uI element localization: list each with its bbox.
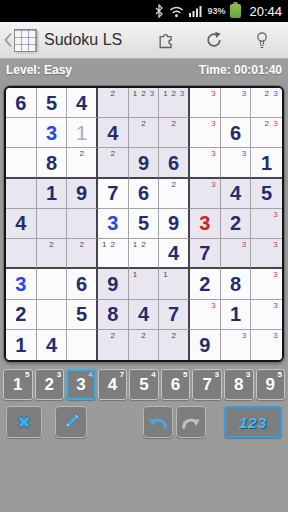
cell-r6c9[interactable]: 3 (251, 239, 282, 269)
cell-r2c8[interactable]: 6 (221, 118, 252, 148)
pencil-button[interactable] (55, 406, 87, 438)
pencil-mark-3: 3 (240, 240, 249, 249)
pencil-marks: 2 (161, 331, 186, 359)
pencil-marks: 3 (223, 240, 249, 266)
num-placed-count: 7 (120, 371, 124, 379)
num-button-1[interactable]: 15 (3, 369, 33, 400)
pencil-marks: 123 (161, 89, 186, 116)
num-digit: 7 (202, 376, 211, 393)
num-digit: 1 (13, 376, 22, 393)
cell-r8c9[interactable]: 3 (251, 300, 282, 330)
cell-r5c8[interactable]: 2 (221, 209, 252, 239)
cell-r8c8[interactable]: 1 (221, 300, 252, 330)
num-placed-count: 3 (246, 371, 250, 379)
numbers-123-label: 123 (239, 414, 267, 431)
num-digit: 2 (45, 376, 54, 393)
pencil-mark-2: 2 (262, 119, 271, 128)
sudoku-board: 6542123123332331422362382296331197623454… (4, 86, 284, 362)
cell-r2c4[interactable]: 4 (98, 118, 129, 148)
cell-r2c9[interactable]: 23 (251, 118, 282, 148)
pencil-mark-3: 3 (240, 89, 249, 98)
cell-r6c2[interactable]: 2 (37, 239, 68, 269)
num-digit: 6 (171, 376, 180, 393)
cell-r2c3[interactable]: 1 (67, 118, 98, 148)
cell-value: 1 (261, 153, 272, 173)
cell-r1c7[interactable]: 3 (190, 88, 221, 118)
cell-r8c2[interactable] (37, 300, 68, 330)
cell-r1c2[interactable]: 5 (37, 88, 68, 118)
cell-value: 4 (230, 183, 241, 203)
pencil-marks: 2 (100, 89, 126, 116)
cell-r1c5[interactable]: 123 (129, 88, 160, 118)
cell-r8c6[interactable]: 7 (159, 300, 190, 330)
cell-r7c9[interactable]: 3 (251, 269, 282, 299)
battery-icon (230, 4, 241, 18)
num-button-9[interactable]: 95 (256, 369, 286, 400)
screen: 93% 20:44 Sudoku LS Level: Easy Time: 00… (0, 0, 288, 512)
hint-bulb-icon (253, 29, 271, 51)
cell-value: 6 (230, 123, 241, 143)
num-placed-count: 4 (88, 371, 92, 379)
cell-r4c6[interactable]: 2 (159, 179, 190, 209)
cell-value: 6 (168, 153, 179, 173)
pencil-mark-3: 3 (271, 210, 280, 219)
pencil-mark-3: 3 (271, 89, 280, 98)
level-label: Level: Easy (6, 63, 72, 77)
cell-value: 5 (46, 93, 57, 113)
pencil-mark-3: 3 (209, 149, 218, 158)
pencil-marks: 12 (131, 240, 157, 266)
redo-arrow-icon (180, 413, 202, 431)
cell-r9c7[interactable]: 9 (190, 330, 221, 360)
pencil-mark-2: 2 (78, 240, 86, 249)
pencil-mark-3: 3 (271, 119, 280, 128)
pencil-mark-1: 1 (161, 270, 169, 279)
cell-r5c6[interactable]: 9 (159, 209, 190, 239)
pencil-marks: 3 (192, 180, 218, 207)
num-button-3[interactable]: 34 (66, 369, 96, 400)
cell-value: 8 (46, 153, 57, 173)
cell-r4c4[interactable]: 7 (98, 179, 129, 209)
pencil-marks: 23 (253, 119, 280, 146)
cell-r7c3[interactable]: 6 (67, 269, 98, 299)
signal-icon (189, 5, 202, 17)
cell-r1c3[interactable]: 4 (67, 88, 98, 118)
num-placed-count: 5 (25, 371, 29, 379)
num-placed-count: 3 (214, 371, 218, 379)
pencil-mark-3: 3 (209, 119, 218, 128)
cell-r7c6[interactable]: 1 (159, 269, 190, 299)
cell-r2c6[interactable]: 2 (159, 118, 190, 148)
cell-value: 3 (15, 274, 26, 294)
cell-r6c7[interactable]: 7 (190, 239, 221, 269)
cell-r6c5[interactable]: 12 (129, 239, 160, 269)
cell-r4c7[interactable]: 3 (190, 179, 221, 209)
pencil-marks: 3 (192, 89, 218, 116)
num-digit: 3 (76, 376, 85, 393)
cell-value: 4 (15, 213, 26, 233)
cell-r9c5[interactable]: 2 (129, 330, 160, 360)
cell-r7c8[interactable]: 8 (221, 269, 252, 299)
cell-value: 1 (46, 183, 57, 203)
num-digit: 9 (266, 376, 275, 393)
cell-value: 8 (230, 274, 241, 294)
cell-value: 6 (138, 183, 149, 203)
undo-button[interactable] (143, 406, 173, 438)
pencil-mark-2: 2 (109, 89, 118, 98)
toolbar: 123 (6, 406, 282, 438)
pencil-marks: 2 (161, 180, 186, 207)
cell-value: 9 (168, 213, 179, 233)
cell-r7c7[interactable]: 2 (190, 269, 221, 299)
pencil-mark-2: 2 (47, 240, 56, 249)
cell-r6c3[interactable]: 2 (67, 239, 98, 269)
pencil-marks: 3 (253, 240, 280, 266)
pencil-marks: 3 (223, 89, 249, 116)
pencil-mark-3: 3 (178, 89, 186, 98)
pencil-mark-2: 2 (78, 149, 86, 158)
cell-value: 3 (46, 123, 57, 143)
cell-value: 8 (107, 304, 118, 324)
cell-r1c6[interactable]: 123 (159, 88, 190, 118)
cell-r3c9[interactable]: 1 (251, 148, 282, 178)
pencil-marks: 1 (131, 270, 157, 297)
page-title: Sudoku LS (44, 31, 122, 49)
cell-r3c8[interactable]: 3 (221, 148, 252, 178)
pencil-marks: 3 (253, 301, 280, 328)
cell-r9c1[interactable]: 1 (6, 330, 37, 360)
pencil-mark-1: 1 (161, 89, 169, 98)
cell-r9c8[interactable]: 3 (221, 330, 252, 360)
cell-r5c2[interactable] (37, 209, 68, 239)
pencil-mark-3: 3 (209, 89, 218, 98)
cell-r3c2[interactable]: 8 (37, 148, 68, 178)
battery-percent: 93% (207, 6, 225, 16)
num-button-7[interactable]: 73 (192, 369, 222, 400)
pencil-mark-2: 2 (170, 89, 178, 98)
pencil-marks: 3 (253, 210, 280, 237)
cell-r9c9[interactable]: 3 (251, 330, 282, 360)
cell-value: 7 (199, 243, 210, 263)
cell-value: 4 (76, 93, 87, 113)
cell-value: 1 (15, 335, 26, 355)
cell-value: 2 (15, 304, 26, 324)
pencil-mark-2: 2 (139, 331, 148, 340)
cell-r2c7[interactable]: 3 (190, 118, 221, 148)
pencil-mark-1: 1 (131, 270, 140, 279)
pencil-mark-3: 3 (209, 180, 218, 189)
pencil-marks: 2 (69, 149, 94, 175)
pencil-marks: 3 (253, 331, 280, 359)
cell-r2c2[interactable]: 3 (37, 118, 68, 148)
num-button-8[interactable]: 83 (224, 369, 254, 400)
pencil-mark-3: 3 (271, 301, 280, 310)
pencil-marks: 2 (39, 240, 65, 266)
pencil-mark-1: 1 (131, 240, 140, 249)
cell-r4c8[interactable]: 4 (221, 179, 252, 209)
cell-value: 6 (15, 93, 26, 113)
cell-r1c4[interactable]: 2 (98, 88, 129, 118)
pencil-marks: 1 (161, 270, 186, 297)
status-bar: 93% 20:44 (0, 0, 288, 22)
pencil-marks: 2 (100, 331, 126, 359)
num-button-4[interactable]: 47 (98, 369, 128, 400)
cell-r9c2[interactable]: 4 (37, 330, 68, 360)
cell-r8c1[interactable]: 2 (6, 300, 37, 330)
cell-r6c6[interactable]: 4 (159, 239, 190, 269)
pencil-mark-2: 2 (262, 89, 271, 98)
hint-button[interactable] (250, 27, 274, 53)
cell-r7c1[interactable]: 3 (6, 269, 37, 299)
cell-r7c5[interactable]: 1 (129, 269, 160, 299)
cell-value: 5 (76, 304, 87, 324)
pencil-mark-3: 3 (240, 331, 249, 340)
cell-value: 4 (168, 243, 179, 263)
cell-value: 4 (46, 335, 57, 355)
cell-r3c6[interactable]: 6 (159, 148, 190, 178)
status-clock: 20:44 (249, 4, 282, 19)
pencil-mark-2: 2 (139, 89, 148, 98)
pencil-mark-2: 2 (109, 240, 118, 249)
cell-r4c2[interactable]: 1 (37, 179, 68, 209)
x-icon (14, 412, 34, 432)
undo-arrow-icon (147, 413, 169, 431)
redo-button[interactable] (176, 406, 206, 438)
pencil-marks: 3 (192, 301, 218, 328)
cell-r9c4[interactable]: 2 (98, 330, 129, 360)
back-chevron-icon[interactable] (4, 32, 12, 48)
pencil-marks: 123 (131, 89, 157, 116)
pencil-marks: 23 (253, 89, 280, 116)
pencil-mark-2: 2 (170, 180, 178, 189)
cell-r3c7[interactable]: 3 (190, 148, 221, 178)
pencil-marks: 3 (223, 331, 249, 359)
pencil-marks: 2 (69, 240, 94, 266)
pencil-mark-2: 2 (139, 119, 148, 128)
numbers-mode-button[interactable]: 123 (224, 406, 282, 438)
pencil-marks: 2 (161, 119, 186, 146)
cell-value: 5 (261, 183, 272, 203)
num-placed-count: 5 (183, 371, 187, 379)
puzzle-button[interactable] (154, 27, 178, 53)
pencil-mark-3: 3 (209, 301, 218, 310)
cell-value: 4 (138, 304, 149, 324)
pencil-marks: 3 (223, 149, 249, 175)
cell-value: 3 (107, 213, 118, 233)
cell-value: 4 (107, 123, 118, 143)
cell-r7c2[interactable] (37, 269, 68, 299)
num-placed-count: 3 (57, 371, 61, 379)
cell-r1c9[interactable]: 23 (251, 88, 282, 118)
cell-value: 9 (199, 335, 210, 355)
pencil-icon (61, 412, 81, 432)
pencil-mark-1: 1 (131, 89, 140, 98)
cell-r4c1[interactable] (6, 179, 37, 209)
cell-value: 7 (168, 304, 179, 324)
cell-value: 1 (76, 123, 87, 143)
cell-r3c3[interactable]: 2 (67, 148, 98, 178)
pencil-marks: 3 (253, 270, 280, 297)
cell-value: 9 (76, 183, 87, 203)
title-bar: Sudoku LS (0, 22, 288, 59)
cell-r5c9[interactable]: 3 (251, 209, 282, 239)
cell-r9c3[interactable] (67, 330, 98, 360)
pencil-mark-3: 3 (148, 89, 157, 98)
cell-r4c5[interactable]: 6 (129, 179, 160, 209)
cell-r8c4[interactable]: 8 (98, 300, 129, 330)
cell-r6c8[interactable]: 3 (221, 239, 252, 269)
app-icon[interactable] (14, 29, 37, 52)
num-digit: 4 (108, 376, 117, 393)
cell-r5c4[interactable]: 3 (98, 209, 129, 239)
bluetooth-icon (154, 4, 164, 18)
delete-button[interactable] (6, 406, 42, 438)
elapsed-time-label: Time: 00:01:40 (199, 63, 282, 77)
cell-r4c9[interactable]: 5 (251, 179, 282, 209)
num-placed-count: 4 (151, 371, 155, 379)
cell-r3c1[interactable] (6, 148, 37, 178)
pencil-mark-3: 3 (240, 149, 249, 158)
pencil-mark-1: 1 (100, 240, 109, 249)
restart-button[interactable] (202, 27, 226, 53)
pencil-mark-3: 3 (271, 331, 280, 340)
cell-value: 2 (199, 274, 210, 294)
pencil-mark-2: 2 (109, 331, 118, 340)
cell-value: 3 (199, 213, 210, 233)
pencil-marks: 3 (192, 149, 218, 175)
cell-r4c3[interactable]: 9 (67, 179, 98, 209)
cell-value: 5 (138, 213, 149, 233)
cell-r5c5[interactable]: 5 (129, 209, 160, 239)
cell-value: 1 (230, 304, 241, 324)
cell-r8c3[interactable]: 5 (67, 300, 98, 330)
cell-r7c4[interactable]: 9 (98, 269, 129, 299)
pencil-mark-2: 2 (170, 119, 178, 128)
pencil-marks: 3 (192, 119, 218, 146)
cell-r2c5[interactable]: 2 (129, 118, 160, 148)
pencil-marks: 12 (100, 240, 126, 266)
number-pad: 152334475465738395 (3, 369, 285, 400)
num-placed-count: 5 (278, 371, 282, 379)
cell-r5c7[interactable]: 3 (190, 209, 221, 239)
puzzle-icon (156, 29, 176, 51)
pencil-mark-3: 3 (271, 240, 280, 249)
cell-r1c8[interactable]: 3 (221, 88, 252, 118)
cell-r6c1[interactable] (6, 239, 37, 269)
num-button-6[interactable]: 65 (161, 369, 191, 400)
cell-value: 9 (107, 274, 118, 294)
cell-value: 9 (138, 153, 149, 173)
cell-r5c3[interactable] (67, 209, 98, 239)
pencil-mark-2: 2 (139, 240, 148, 249)
cell-r8c5[interactable]: 4 (129, 300, 160, 330)
pencil-marks: 2 (100, 149, 126, 175)
cell-r8c7[interactable]: 3 (190, 300, 221, 330)
cell-value: 2 (230, 213, 241, 233)
wifi-icon (169, 5, 184, 18)
cell-r6c4[interactable]: 12 (98, 239, 129, 269)
cell-r2c1[interactable] (6, 118, 37, 148)
cell-value: 7 (107, 183, 118, 203)
restart-icon (204, 30, 224, 50)
cell-r1c1[interactable]: 6 (6, 88, 37, 118)
num-button-2[interactable]: 23 (35, 369, 65, 400)
info-bar: Level: Easy Time: 00:01:40 (0, 59, 288, 81)
cell-r3c5[interactable]: 9 (129, 148, 160, 178)
cell-r5c1[interactable]: 4 (6, 209, 37, 239)
num-button-5[interactable]: 54 (129, 369, 159, 400)
pencil-mark-3: 3 (271, 270, 280, 279)
pencil-mark-2: 2 (170, 331, 178, 340)
num-digit: 5 (139, 376, 148, 393)
cell-r3c4[interactable]: 2 (98, 148, 129, 178)
pencil-marks: 2 (131, 119, 157, 146)
pencil-marks: 2 (131, 331, 157, 359)
pencil-mark-2: 2 (109, 149, 118, 158)
cell-r9c6[interactable]: 2 (159, 330, 190, 360)
num-digit: 8 (234, 376, 243, 393)
cell-value: 6 (76, 274, 87, 294)
